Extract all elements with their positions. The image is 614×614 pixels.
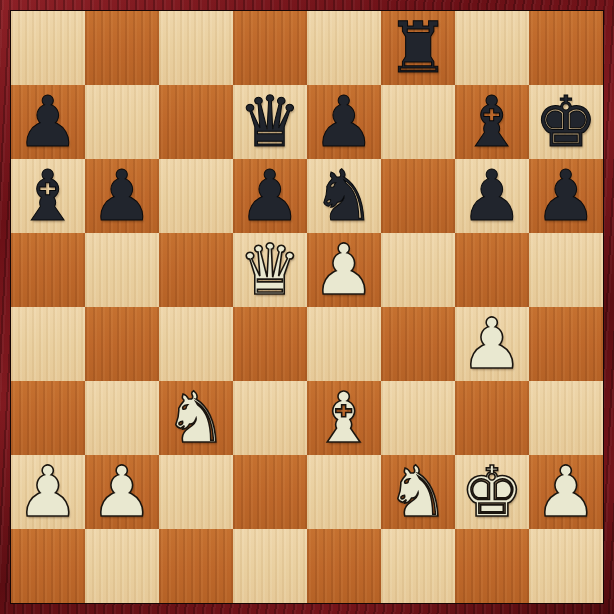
square-c5[interactable] [159,233,233,307]
square-b6[interactable]: ♟ [85,159,159,233]
piece-black-pawn[interactable]: ♟ [91,159,154,233]
square-h7[interactable]: ♚ [529,85,603,159]
square-b2[interactable]: ♟ [85,455,159,529]
piece-white-pawn[interactable]: ♟ [535,455,598,529]
piece-white-pawn[interactable]: ♟ [91,455,154,529]
square-b7[interactable] [85,85,159,159]
square-g6[interactable]: ♟ [455,159,529,233]
square-g7[interactable]: ♝ [455,85,529,159]
square-h3[interactable] [529,381,603,455]
piece-black-knight[interactable]: ♞ [313,159,376,233]
piece-black-king[interactable]: ♚ [535,85,598,159]
piece-black-pawn[interactable]: ♟ [313,85,376,159]
square-a8[interactable] [11,11,85,85]
square-d8[interactable] [233,11,307,85]
square-c1[interactable] [159,529,233,603]
square-f6[interactable] [381,159,455,233]
piece-black-pawn[interactable]: ♟ [461,159,524,233]
square-b3[interactable] [85,381,159,455]
square-h8[interactable] [529,11,603,85]
square-f8[interactable]: ♜ [381,11,455,85]
square-a7[interactable]: ♟ [11,85,85,159]
square-d3[interactable] [233,381,307,455]
square-e3[interactable]: ♝ [307,381,381,455]
square-e8[interactable] [307,11,381,85]
piece-black-pawn[interactable]: ♟ [17,85,80,159]
square-d1[interactable] [233,529,307,603]
square-a6[interactable]: ♝ [11,159,85,233]
square-h5[interactable] [529,233,603,307]
square-b1[interactable] [85,529,159,603]
piece-black-rook[interactable]: ♜ [387,11,450,85]
square-a4[interactable] [11,307,85,381]
square-b5[interactable] [85,233,159,307]
square-d6[interactable]: ♟ [233,159,307,233]
square-g8[interactable] [455,11,529,85]
piece-black-queen[interactable]: ♛ [239,85,302,159]
square-c2[interactable] [159,455,233,529]
square-a3[interactable] [11,381,85,455]
piece-white-pawn[interactable]: ♟ [461,307,524,381]
square-a2[interactable]: ♟ [11,455,85,529]
square-d2[interactable] [233,455,307,529]
square-f5[interactable] [381,233,455,307]
square-a5[interactable] [11,233,85,307]
square-d7[interactable]: ♛ [233,85,307,159]
square-g4[interactable]: ♟ [455,307,529,381]
square-d4[interactable] [233,307,307,381]
square-c4[interactable] [159,307,233,381]
square-f3[interactable] [381,381,455,455]
square-f7[interactable] [381,85,455,159]
chess-board: ♜♟♛♟♝♚♝♟♟♞♟♟♛♟♟♞♝♟♟♞♚♟ [10,10,604,604]
piece-black-pawn[interactable]: ♟ [535,159,598,233]
piece-white-knight[interactable]: ♞ [387,455,450,529]
square-d5[interactable]: ♛ [233,233,307,307]
square-h2[interactable]: ♟ [529,455,603,529]
piece-black-bishop[interactable]: ♝ [17,159,80,233]
square-a1[interactable] [11,529,85,603]
square-e4[interactable] [307,307,381,381]
square-g3[interactable] [455,381,529,455]
piece-white-knight[interactable]: ♞ [165,381,228,455]
square-h6[interactable]: ♟ [529,159,603,233]
square-b8[interactable] [85,11,159,85]
square-c6[interactable] [159,159,233,233]
square-c7[interactable] [159,85,233,159]
piece-white-king[interactable]: ♚ [461,455,524,529]
square-e1[interactable] [307,529,381,603]
piece-white-pawn[interactable]: ♟ [17,455,80,529]
square-g5[interactable] [455,233,529,307]
square-e2[interactable] [307,455,381,529]
piece-white-queen[interactable]: ♛ [239,233,302,307]
square-c3[interactable]: ♞ [159,381,233,455]
board-frame: ♜♟♛♟♝♚♝♟♟♞♟♟♛♟♟♞♝♟♟♞♚♟ [0,0,614,614]
piece-black-pawn[interactable]: ♟ [239,159,302,233]
piece-white-pawn[interactable]: ♟ [313,233,376,307]
square-c8[interactable] [159,11,233,85]
square-g2[interactable]: ♚ [455,455,529,529]
square-e6[interactable]: ♞ [307,159,381,233]
piece-white-bishop[interactable]: ♝ [313,381,376,455]
square-f1[interactable] [381,529,455,603]
square-h1[interactable] [529,529,603,603]
square-b4[interactable] [85,307,159,381]
square-h4[interactable] [529,307,603,381]
square-e5[interactable]: ♟ [307,233,381,307]
square-f4[interactable] [381,307,455,381]
square-e7[interactable]: ♟ [307,85,381,159]
piece-black-bishop[interactable]: ♝ [461,85,524,159]
square-g1[interactable] [455,529,529,603]
square-f2[interactable]: ♞ [381,455,455,529]
